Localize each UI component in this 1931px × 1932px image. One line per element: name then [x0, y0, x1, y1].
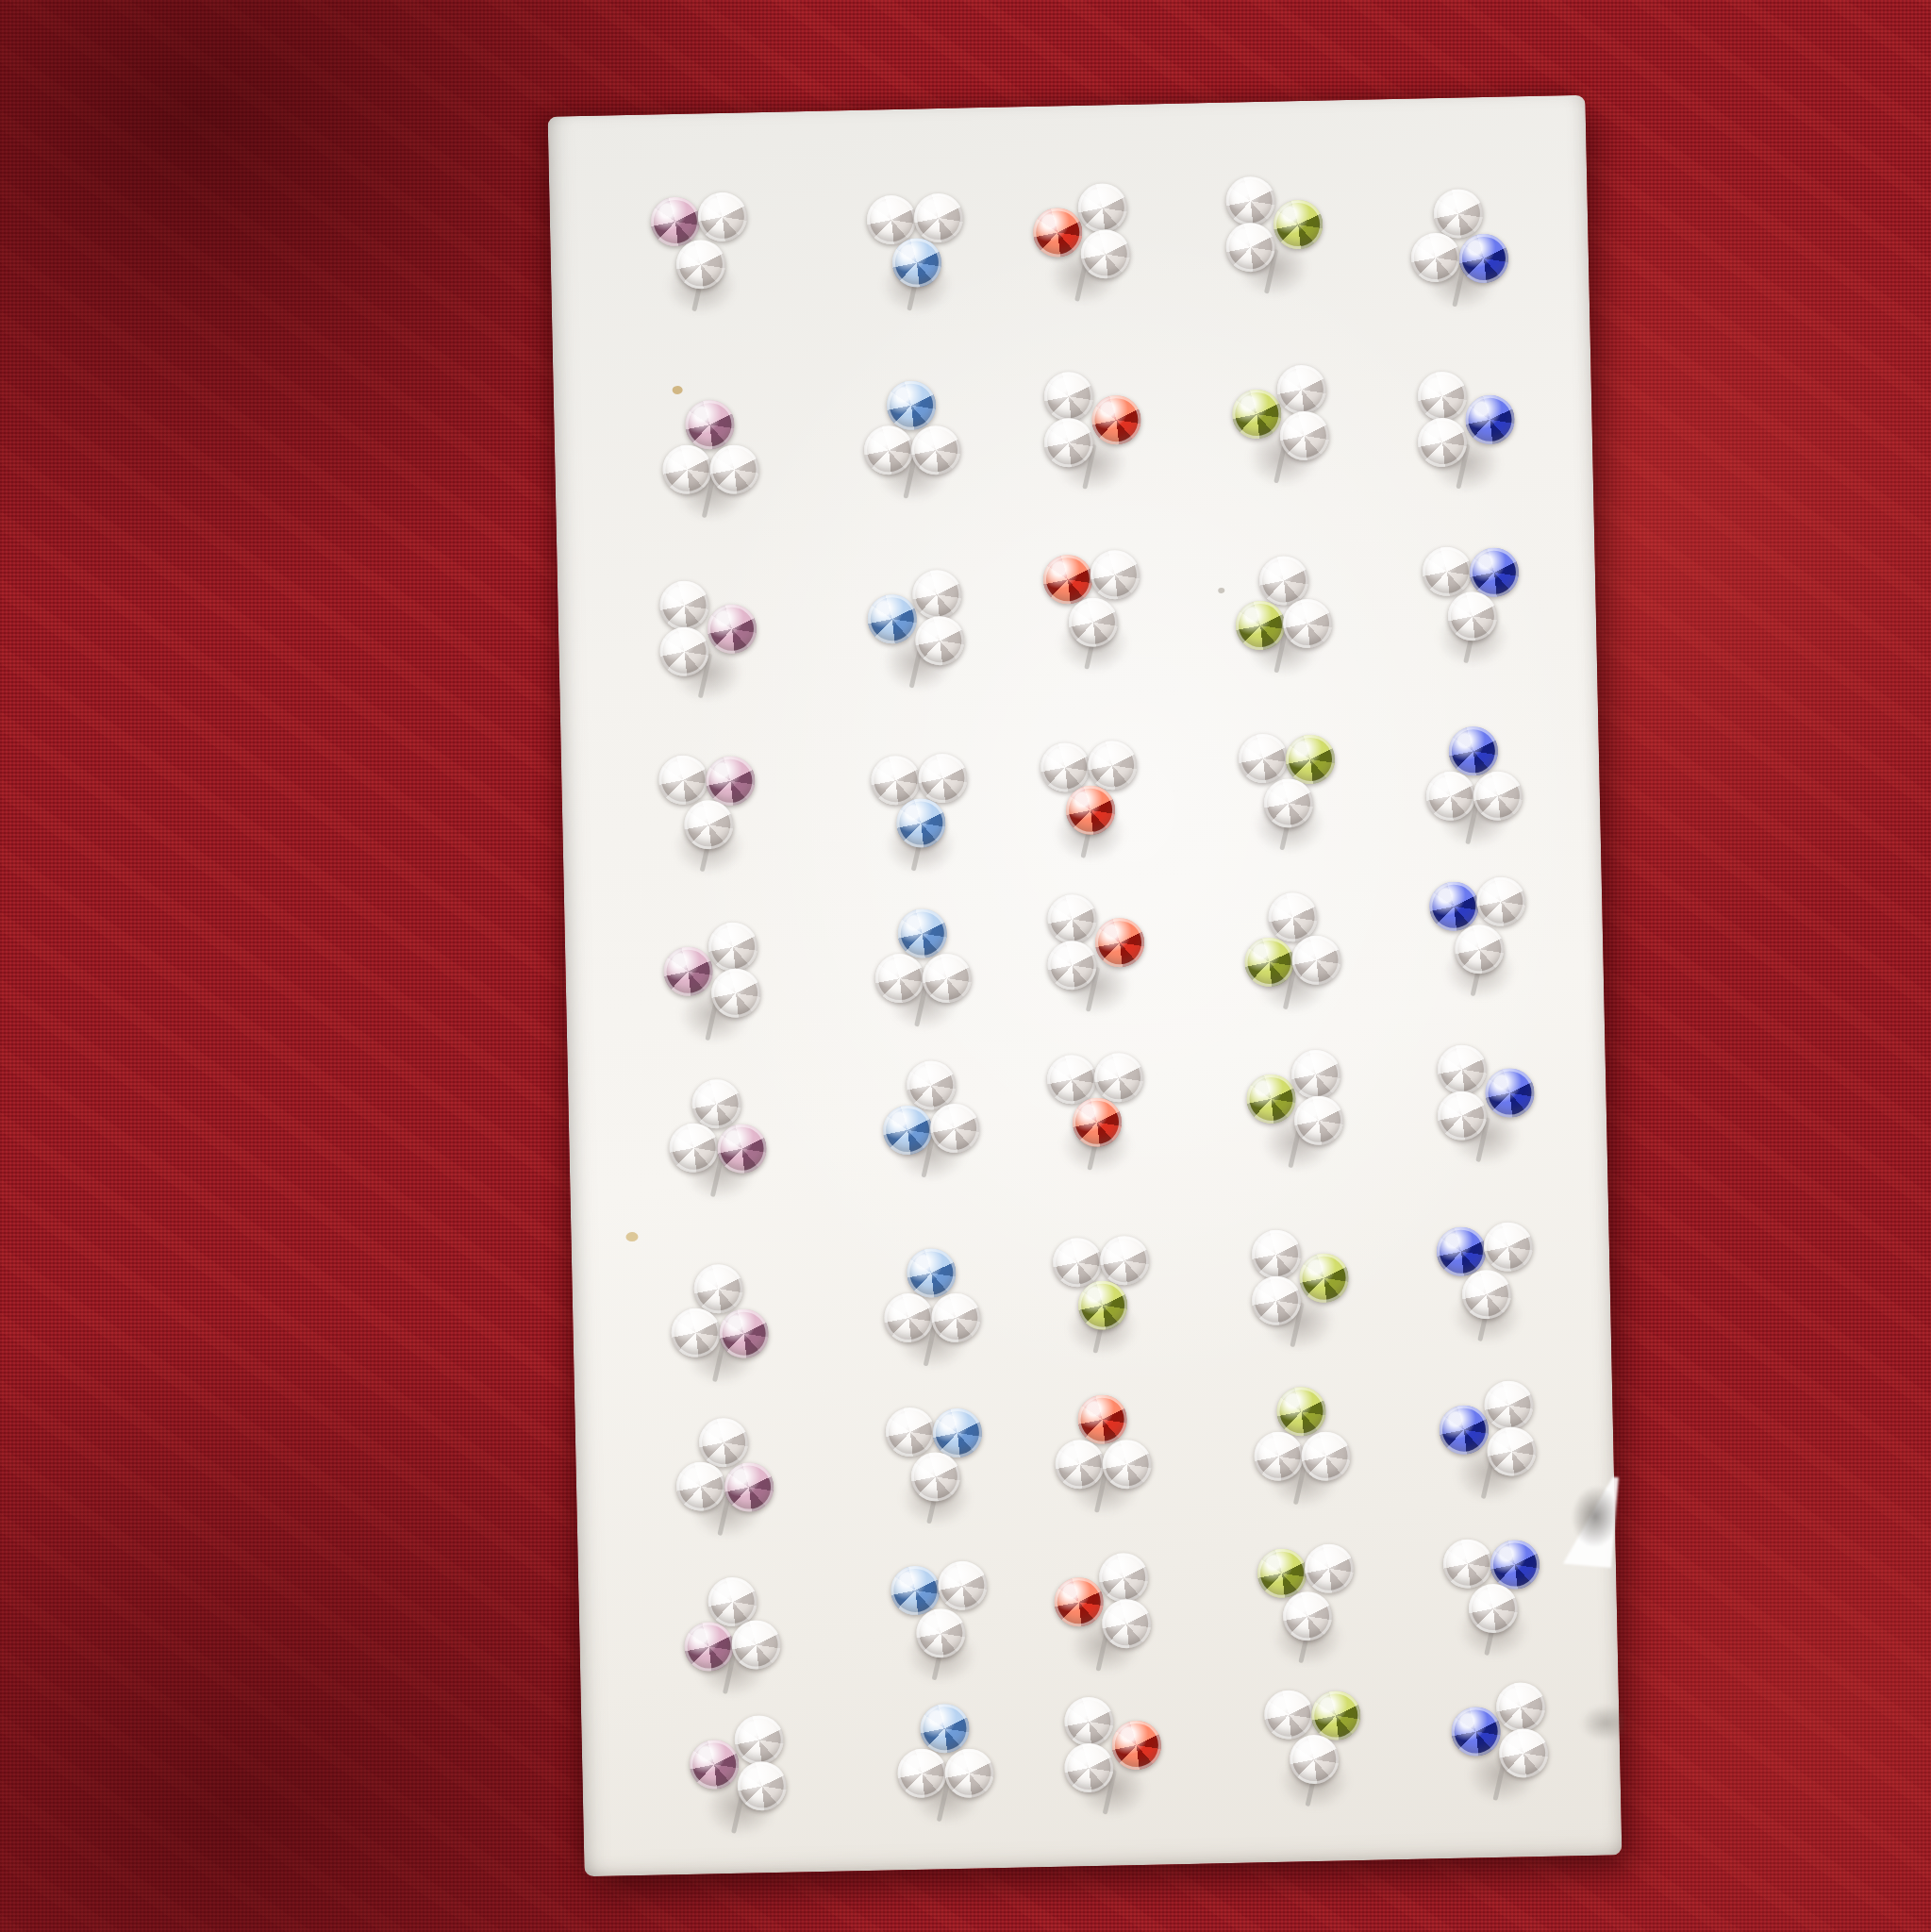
red-crystal-stone: [1095, 918, 1145, 968]
clear-crystal-stone: [910, 1452, 960, 1502]
clear-crystal-stone: [944, 1748, 994, 1798]
sapphire-crystal-stone: [1429, 881, 1479, 931]
clear-crystal-stone: [1102, 1599, 1152, 1649]
clear-crystal-stone: [734, 1715, 784, 1765]
clear-crystal-stone: [1099, 1553, 1149, 1603]
clear-crystal-stone: [1264, 1690, 1314, 1740]
clear-crystal-stone: [1291, 935, 1341, 985]
clear-crystal-stone: [1043, 418, 1093, 468]
clear-crystal-stone: [659, 626, 709, 676]
clear-crystal-stone: [907, 1060, 957, 1110]
red-crystal-stone: [1042, 555, 1092, 605]
sapphire-crystal-stone: [1451, 1707, 1501, 1757]
olive-crystal-stone: [1232, 390, 1282, 440]
sapphire-crystal-stone: [1439, 1405, 1489, 1455]
red-crystal-stone: [1066, 785, 1116, 835]
aqua-crystal-stone: [932, 1407, 982, 1457]
clear-crystal-stone: [1417, 371, 1467, 421]
clear-crystal-stone: [1294, 1095, 1344, 1145]
clear-crystal-stone: [1279, 410, 1329, 460]
clear-crystal-stone: [922, 954, 972, 1004]
clear-crystal-stone: [1447, 591, 1497, 641]
olive-crystal-stone: [1273, 200, 1323, 250]
clear-crystal-stone: [699, 1418, 749, 1468]
clear-crystal-stone: [1225, 176, 1275, 226]
clear-crystal-stone: [1225, 223, 1275, 273]
clear-crystal-stone: [938, 1560, 988, 1610]
clear-crystal-stone: [1476, 876, 1526, 926]
card-edge-tear: [1545, 1472, 1619, 1568]
clear-crystal-stone: [693, 1264, 743, 1314]
clear-crystal-stone: [1251, 1275, 1301, 1325]
clear-crystal-stone: [1090, 550, 1140, 600]
clear-crystal-stone: [1290, 1735, 1340, 1785]
clear-crystal-stone: [1468, 1584, 1518, 1634]
clear-crystal-stone: [737, 1761, 787, 1811]
sapphire-crystal-stone: [1436, 1226, 1486, 1276]
clear-crystal-stone: [1254, 1431, 1304, 1481]
clear-crystal-stone: [1047, 941, 1097, 991]
olive-crystal-stone: [1078, 1280, 1128, 1330]
clear-crystal-stone: [1268, 892, 1318, 942]
clear-crystal-stone: [1094, 1053, 1144, 1103]
clear-crystal-stone: [1064, 1743, 1114, 1793]
clear-crystal-stone: [1055, 1440, 1105, 1490]
clear-crystal-stone: [1417, 417, 1467, 467]
clear-crystal-stone: [1040, 742, 1090, 792]
clear-crystal-stone: [1064, 1697, 1114, 1747]
red-crystal-stone: [1072, 1097, 1122, 1147]
clear-crystal-stone: [662, 444, 712, 494]
aqua-crystal-stone: [896, 798, 946, 848]
clear-crystal-stone: [658, 755, 708, 805]
red-crystal-stone: [1111, 1720, 1161, 1770]
red-crystal-stone: [1054, 1577, 1104, 1627]
clear-crystal-stone: [1251, 1229, 1301, 1279]
aqua-crystal-stone: [920, 1704, 970, 1754]
amethyst-crystal-stone: [685, 400, 735, 450]
clear-crystal-stone: [669, 1123, 719, 1173]
card-speck: [625, 1232, 638, 1241]
aqua-crystal-stone: [883, 1105, 933, 1155]
aqua-crystal-stone: [897, 908, 947, 958]
clear-crystal-stone: [1496, 1682, 1546, 1732]
clear-crystal-stone: [897, 1748, 947, 1798]
clear-crystal-stone: [1461, 1270, 1511, 1320]
clear-crystal-stone: [912, 570, 962, 620]
red-crystal-stone: [1033, 208, 1083, 258]
clear-crystal-stone: [675, 1461, 725, 1511]
clear-crystal-stone: [1238, 733, 1288, 783]
amethyst-crystal-stone: [706, 756, 756, 806]
olive-crystal-stone: [1246, 1074, 1296, 1124]
olive-crystal-stone: [1311, 1690, 1361, 1740]
clear-crystal-stone: [1473, 771, 1523, 821]
clear-crystal-stone: [1282, 598, 1332, 648]
clear-crystal-stone: [885, 1407, 935, 1457]
clear-crystal-stone: [930, 1103, 980, 1153]
clear-crystal-stone: [874, 954, 924, 1004]
aqua-crystal-stone: [867, 594, 917, 644]
clear-crystal-stone: [884, 1292, 934, 1342]
clear-crystal-stone: [1077, 183, 1127, 233]
clear-crystal-stone: [1290, 1049, 1340, 1099]
card-corner-shadow: [1579, 1704, 1623, 1742]
clear-crystal-stone: [1080, 229, 1130, 279]
clear-crystal-stone: [1484, 1380, 1534, 1430]
clear-crystal-stone: [711, 968, 761, 1018]
aqua-crystal-stone: [907, 1248, 957, 1298]
clear-crystal-stone: [1410, 233, 1460, 283]
clear-crystal-stone: [1263, 778, 1313, 828]
clear-crystal-stone: [1483, 1222, 1533, 1272]
aqua-crystal-stone: [891, 1565, 941, 1615]
clear-crystal-stone: [1487, 1426, 1537, 1476]
card-speck: [673, 386, 683, 394]
amethyst-crystal-stone: [690, 1740, 740, 1790]
clear-crystal-stone: [697, 192, 747, 241]
sapphire-crystal-stone: [1485, 1068, 1535, 1118]
display-card: [548, 95, 1623, 1877]
clear-crystal-stone: [864, 425, 914, 475]
amethyst-crystal-stone: [663, 946, 713, 996]
olive-crystal-stone: [1236, 600, 1286, 650]
clear-crystal-stone: [1043, 372, 1093, 422]
sapphire-crystal-stone: [1448, 726, 1498, 776]
clear-crystal-stone: [659, 580, 709, 630]
clear-crystal-stone: [1499, 1728, 1549, 1778]
red-crystal-stone: [1077, 1394, 1127, 1444]
clear-crystal-stone: [1422, 546, 1472, 596]
sapphire-crystal-stone: [1490, 1540, 1540, 1590]
clear-crystal-stone: [1437, 1044, 1487, 1094]
clear-crystal-stone: [915, 616, 965, 666]
clear-crystal-stone: [1053, 1238, 1103, 1288]
clear-crystal-stone: [1437, 1091, 1487, 1141]
aqua-crystal-stone: [887, 380, 937, 430]
red-crystal-stone: [1091, 395, 1141, 445]
olive-crystal-stone: [1276, 1387, 1326, 1437]
clear-crystal-stone: [731, 1620, 781, 1670]
clear-crystal-stone: [675, 240, 725, 290]
olive-crystal-stone: [1285, 734, 1335, 784]
sapphire-crystal-stone: [1458, 233, 1508, 283]
clear-crystal-stone: [1304, 1543, 1354, 1593]
clear-crystal-stone: [871, 756, 921, 806]
clear-crystal-stone: [911, 425, 961, 475]
amethyst-crystal-stone: [724, 1462, 774, 1512]
clear-crystal-stone: [916, 1608, 966, 1658]
clear-crystal-stone: [691, 1079, 741, 1129]
clear-crystal-stone: [708, 922, 758, 972]
aqua-crystal-stone: [891, 238, 941, 288]
olive-crystal-stone: [1257, 1548, 1307, 1598]
clear-crystal-stone: [709, 444, 759, 494]
clear-crystal-stone: [1301, 1431, 1351, 1481]
card-speck: [1218, 588, 1224, 593]
clear-crystal-stone: [1088, 741, 1138, 791]
clear-crystal-stone: [1276, 365, 1326, 415]
amethyst-crystal-stone: [717, 1124, 767, 1174]
clear-crystal-stone: [1047, 1055, 1097, 1105]
clear-crystal-stone: [707, 1576, 757, 1626]
olive-crystal-stone: [1299, 1253, 1349, 1303]
clear-crystal-stone: [1283, 1591, 1333, 1641]
clear-crystal-stone: [918, 754, 968, 804]
amethyst-crystal-stone: [650, 196, 700, 246]
clear-crystal-stone: [1455, 924, 1505, 974]
olive-crystal-stone: [1244, 937, 1294, 987]
clear-crystal-stone: [1047, 894, 1097, 944]
sapphire-crystal-stone: [1465, 394, 1515, 444]
clear-crystal-stone: [931, 1292, 981, 1342]
clear-crystal-stone: [684, 800, 734, 850]
clear-crystal-stone: [1100, 1236, 1150, 1286]
amethyst-crystal-stone: [719, 1308, 769, 1358]
clear-crystal-stone: [1259, 556, 1309, 606]
clear-crystal-stone: [1442, 1539, 1492, 1589]
sapphire-crystal-stone: [1469, 547, 1519, 597]
photo-scene: [0, 0, 1931, 1932]
clear-crystal-stone: [1102, 1440, 1152, 1490]
amethyst-crystal-stone: [707, 604, 757, 654]
clear-crystal-stone: [671, 1307, 721, 1357]
clear-crystal-stone: [1068, 597, 1118, 647]
clear-crystal-stone: [1433, 189, 1483, 239]
amethyst-crystal-stone: [684, 1622, 734, 1672]
clear-crystal-stone: [866, 195, 916, 245]
clear-crystal-stone: [1425, 771, 1475, 821]
clear-crystal-stone: [913, 193, 963, 243]
